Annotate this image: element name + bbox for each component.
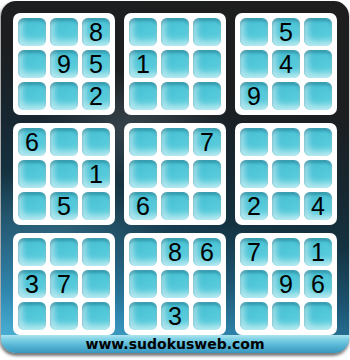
cell-r8c9[interactable]: 6	[304, 270, 332, 298]
cell-r2c2[interactable]: 9	[50, 50, 78, 78]
footer-band: www.sudokusweb.com	[1, 335, 349, 353]
block-1-3: 549	[235, 13, 337, 115]
sudoku-board: 895215496157624378637196	[13, 13, 337, 335]
cell-r3c1[interactable]	[18, 82, 46, 110]
cell-r5c4[interactable]	[129, 160, 157, 188]
cell-r2c6[interactable]	[193, 50, 221, 78]
cell-r9c9[interactable]	[304, 302, 332, 330]
cell-r1c5[interactable]	[161, 18, 189, 46]
cell-r8c6[interactable]	[193, 270, 221, 298]
site-url[interactable]: www.sudokusweb.com	[85, 336, 264, 352]
cell-r6c3[interactable]	[82, 192, 110, 220]
cell-r9c7[interactable]	[240, 302, 268, 330]
cell-r7c4[interactable]	[129, 238, 157, 266]
cell-r6c9[interactable]: 4	[304, 192, 332, 220]
cell-r5c5[interactable]	[161, 160, 189, 188]
cell-r3c6[interactable]	[193, 82, 221, 110]
cell-r1c4[interactable]	[129, 18, 157, 46]
block-3-2: 863	[124, 233, 226, 335]
cell-r8c3[interactable]	[82, 270, 110, 298]
cell-r3c9[interactable]	[304, 82, 332, 110]
cell-r4c2[interactable]	[50, 128, 78, 156]
cell-r5c8[interactable]	[272, 160, 300, 188]
cell-r1c7[interactable]	[240, 18, 268, 46]
cell-r3c7[interactable]: 9	[240, 82, 268, 110]
cell-r4c4[interactable]	[129, 128, 157, 156]
cell-r9c4[interactable]	[129, 302, 157, 330]
cell-r5c1[interactable]	[18, 160, 46, 188]
cell-r7c9[interactable]: 1	[304, 238, 332, 266]
cell-r5c2[interactable]	[50, 160, 78, 188]
cell-r6c5[interactable]	[161, 192, 189, 220]
cell-r7c6[interactable]: 6	[193, 238, 221, 266]
block-2-1: 615	[13, 123, 115, 225]
cell-r2c8[interactable]: 4	[272, 50, 300, 78]
cell-r7c8[interactable]	[272, 238, 300, 266]
cell-r8c8[interactable]: 9	[272, 270, 300, 298]
cell-r7c3[interactable]	[82, 238, 110, 266]
cell-r3c8[interactable]	[272, 82, 300, 110]
cell-r1c6[interactable]	[193, 18, 221, 46]
cell-r6c6[interactable]	[193, 192, 221, 220]
sudoku-page: 895215496157624378637196 www.sudokusweb.…	[0, 0, 350, 360]
cell-r4c9[interactable]	[304, 128, 332, 156]
cell-r5c9[interactable]	[304, 160, 332, 188]
cell-r4c6[interactable]: 7	[193, 128, 221, 156]
cell-r8c1[interactable]: 3	[18, 270, 46, 298]
cell-r6c8[interactable]	[272, 192, 300, 220]
cell-r5c6[interactable]	[193, 160, 221, 188]
cell-r7c5[interactable]: 8	[161, 238, 189, 266]
cell-r9c8[interactable]	[272, 302, 300, 330]
cell-r1c8[interactable]: 5	[272, 18, 300, 46]
cell-r5c3[interactable]: 1	[82, 160, 110, 188]
block-1-1: 8952	[13, 13, 115, 115]
cell-r7c1[interactable]	[18, 238, 46, 266]
cell-r3c5[interactable]	[161, 82, 189, 110]
block-2-3: 24	[235, 123, 337, 225]
cell-r2c1[interactable]	[18, 50, 46, 78]
cell-r2c3[interactable]: 5	[82, 50, 110, 78]
cell-r4c5[interactable]	[161, 128, 189, 156]
cell-r8c2[interactable]: 7	[50, 270, 78, 298]
cell-r8c5[interactable]	[161, 270, 189, 298]
board-frame: 895215496157624378637196 www.sudokusweb.…	[1, 1, 349, 353]
cell-r4c8[interactable]	[272, 128, 300, 156]
block-3-3: 7196	[235, 233, 337, 335]
cell-r6c2[interactable]: 5	[50, 192, 78, 220]
cell-r6c7[interactable]: 2	[240, 192, 268, 220]
cell-r2c4[interactable]: 1	[129, 50, 157, 78]
cell-r1c9[interactable]	[304, 18, 332, 46]
cell-r5c7[interactable]	[240, 160, 268, 188]
cell-r3c3[interactable]: 2	[82, 82, 110, 110]
block-3-1: 37	[13, 233, 115, 335]
cell-r1c2[interactable]	[50, 18, 78, 46]
cell-r4c7[interactable]	[240, 128, 268, 156]
cell-r3c2[interactable]	[50, 82, 78, 110]
cell-r2c7[interactable]	[240, 50, 268, 78]
cell-r9c2[interactable]	[50, 302, 78, 330]
cell-r6c1[interactable]	[18, 192, 46, 220]
cell-r7c7[interactable]: 7	[240, 238, 268, 266]
cell-r9c6[interactable]	[193, 302, 221, 330]
cell-r9c1[interactable]	[18, 302, 46, 330]
cell-r8c7[interactable]	[240, 270, 268, 298]
cell-r8c4[interactable]	[129, 270, 157, 298]
cell-r2c5[interactable]	[161, 50, 189, 78]
cell-r9c3[interactable]	[82, 302, 110, 330]
cell-r7c2[interactable]	[50, 238, 78, 266]
cell-r6c4[interactable]: 6	[129, 192, 157, 220]
cell-r1c3[interactable]: 8	[82, 18, 110, 46]
cell-r9c5[interactable]: 3	[161, 302, 189, 330]
cell-r4c1[interactable]: 6	[18, 128, 46, 156]
cell-r3c4[interactable]	[129, 82, 157, 110]
cell-r4c3[interactable]	[82, 128, 110, 156]
block-2-2: 76	[124, 123, 226, 225]
block-1-2: 1	[124, 13, 226, 115]
cell-r2c9[interactable]	[304, 50, 332, 78]
cell-r1c1[interactable]	[18, 18, 46, 46]
